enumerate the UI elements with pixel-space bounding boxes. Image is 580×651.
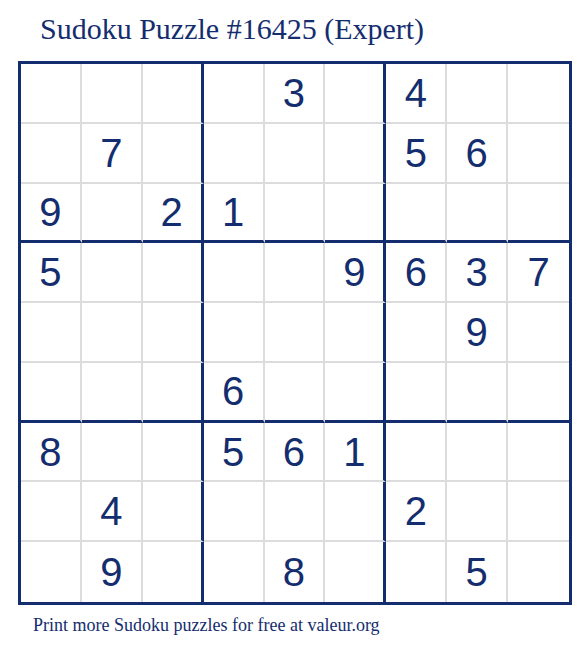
- cell-r7c7[interactable]: [386, 423, 447, 483]
- cell-r2c4[interactable]: [204, 124, 265, 184]
- cell-r8c1[interactable]: [21, 482, 82, 542]
- cell-r2c7[interactable]: 5: [386, 124, 447, 184]
- cell-r6c3[interactable]: [143, 363, 204, 423]
- cell-r6c6[interactable]: [325, 363, 386, 423]
- cell-r7c6[interactable]: 1: [325, 423, 386, 483]
- cell-r4c5[interactable]: [265, 243, 326, 303]
- cell-r2c3[interactable]: [143, 124, 204, 184]
- cell-r9c1[interactable]: [21, 542, 82, 602]
- cell-r5c6[interactable]: [325, 303, 386, 363]
- cell-r7c5[interactable]: 6: [265, 423, 326, 483]
- cell-r3c8[interactable]: [447, 184, 508, 244]
- cell-r6c1[interactable]: [21, 363, 82, 423]
- cell-r4c1[interactable]: 5: [21, 243, 82, 303]
- cell-r7c1[interactable]: 8: [21, 423, 82, 483]
- cell-r8c2[interactable]: 4: [82, 482, 143, 542]
- cell-r7c3[interactable]: [143, 423, 204, 483]
- cell-r3c9[interactable]: [508, 184, 569, 244]
- cell-r9c8[interactable]: 5: [447, 542, 508, 602]
- cell-r9c4[interactable]: [204, 542, 265, 602]
- cell-r8c9[interactable]: [508, 482, 569, 542]
- cell-r8c8[interactable]: [447, 482, 508, 542]
- cell-r3c4[interactable]: 1: [204, 184, 265, 244]
- cell-r2c5[interactable]: [265, 124, 326, 184]
- cell-r9c9[interactable]: [508, 542, 569, 602]
- cell-r5c7[interactable]: [386, 303, 447, 363]
- cell-r9c7[interactable]: [386, 542, 447, 602]
- cell-r8c5[interactable]: [265, 482, 326, 542]
- cell-r2c2[interactable]: 7: [82, 124, 143, 184]
- cell-r9c6[interactable]: [325, 542, 386, 602]
- cell-r5c9[interactable]: [508, 303, 569, 363]
- cell-r1c4[interactable]: [204, 64, 265, 124]
- cell-r2c8[interactable]: 6: [447, 124, 508, 184]
- cell-r4c2[interactable]: [82, 243, 143, 303]
- cell-r2c1[interactable]: [21, 124, 82, 184]
- cell-r6c5[interactable]: [265, 363, 326, 423]
- cell-r1c6[interactable]: [325, 64, 386, 124]
- cell-r2c6[interactable]: [325, 124, 386, 184]
- cell-r7c4[interactable]: 5: [204, 423, 265, 483]
- cell-r5c8[interactable]: 9: [447, 303, 508, 363]
- cell-r5c5[interactable]: [265, 303, 326, 363]
- cell-r8c6[interactable]: [325, 482, 386, 542]
- cell-r7c2[interactable]: [82, 423, 143, 483]
- cell-r5c3[interactable]: [143, 303, 204, 363]
- cell-r4c6[interactable]: 9: [325, 243, 386, 303]
- cell-r1c8[interactable]: [447, 64, 508, 124]
- cell-r5c4[interactable]: [204, 303, 265, 363]
- cell-r7c8[interactable]: [447, 423, 508, 483]
- cell-r6c7[interactable]: [386, 363, 447, 423]
- cell-r3c7[interactable]: [386, 184, 447, 244]
- cell-r2c9[interactable]: [508, 124, 569, 184]
- cell-r3c5[interactable]: [265, 184, 326, 244]
- cell-r3c3[interactable]: 2: [143, 184, 204, 244]
- cell-r8c7[interactable]: 2: [386, 482, 447, 542]
- cell-r1c2[interactable]: [82, 64, 143, 124]
- cell-r1c7[interactable]: 4: [386, 64, 447, 124]
- sudoku-board: 347569215963796856142985: [18, 61, 572, 605]
- cell-r3c1[interactable]: 9: [21, 184, 82, 244]
- cell-r5c1[interactable]: [21, 303, 82, 363]
- cell-r4c9[interactable]: 7: [508, 243, 569, 303]
- cell-r9c5[interactable]: 8: [265, 542, 326, 602]
- cell-r3c2[interactable]: [82, 184, 143, 244]
- footer-text: Print more Sudoku puzzles for free at va…: [33, 615, 380, 636]
- page-title: Sudoku Puzzle #16425 (Expert): [40, 12, 424, 46]
- cell-r9c2[interactable]: 9: [82, 542, 143, 602]
- cell-r5c2[interactable]: [82, 303, 143, 363]
- cell-r6c4[interactable]: 6: [204, 363, 265, 423]
- cell-r4c4[interactable]: [204, 243, 265, 303]
- cell-r6c2[interactable]: [82, 363, 143, 423]
- cell-r4c8[interactable]: 3: [447, 243, 508, 303]
- cell-r7c9[interactable]: [508, 423, 569, 483]
- cell-r6c9[interactable]: [508, 363, 569, 423]
- cell-r1c5[interactable]: 3: [265, 64, 326, 124]
- cell-r6c8[interactable]: [447, 363, 508, 423]
- cell-r1c1[interactable]: [21, 64, 82, 124]
- cell-r4c7[interactable]: 6: [386, 243, 447, 303]
- cell-r1c9[interactable]: [508, 64, 569, 124]
- cell-r8c4[interactable]: [204, 482, 265, 542]
- cell-r9c3[interactable]: [143, 542, 204, 602]
- cell-r8c3[interactable]: [143, 482, 204, 542]
- cell-r1c3[interactable]: [143, 64, 204, 124]
- cell-r3c6[interactable]: [325, 184, 386, 244]
- cell-r4c3[interactable]: [143, 243, 204, 303]
